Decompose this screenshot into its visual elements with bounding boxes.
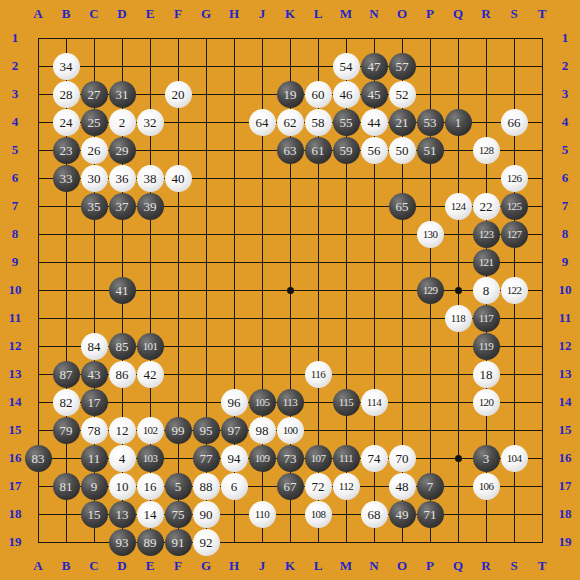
black-stone-O18[interactable]: 49 [389,501,416,528]
move-number: 122 [507,285,522,296]
white-stone-N18[interactable]: 68 [361,501,388,528]
white-stone-S16[interactable]: 104 [501,445,528,472]
black-stone-D19[interactable]: 93 [109,529,136,556]
move-number: 115 [339,397,353,408]
black-stone-A16[interactable]: 83 [25,445,52,472]
move-number: 117 [479,313,493,324]
move-number: 1 [455,116,462,129]
move-number: 78 [88,424,101,437]
move-number: 82 [60,396,73,409]
move-number: 41 [116,284,129,297]
black-stone-E19[interactable]: 89 [137,529,164,556]
move-number: 75 [172,508,185,521]
move-number: 14 [144,508,157,521]
col-label-M: M [332,553,360,579]
white-stone-M2[interactable]: 54 [333,53,360,80]
white-stone-R17[interactable]: 106 [473,473,500,500]
move-number: 63 [284,144,297,157]
move-number: 18 [480,368,493,381]
white-stone-P8[interactable]: 130 [417,221,444,248]
white-stone-O3[interactable]: 52 [389,81,416,108]
move-number: 25 [88,116,101,129]
move-number: 123 [479,229,494,240]
move-number: 60 [312,88,325,101]
move-number: 15 [88,508,101,521]
black-stone-P10[interactable]: 129 [417,277,444,304]
move-number: 121 [479,257,494,268]
move-number: 47 [368,60,381,73]
move-number: 4 [119,452,126,465]
col-label-A: A [24,553,52,579]
move-number: 73 [284,452,297,465]
move-number: 42 [144,368,157,381]
black-stone-C3[interactable]: 27 [81,81,108,108]
white-stone-D6[interactable]: 36 [109,165,136,192]
move-number: 104 [507,453,522,464]
move-number: 37 [116,200,129,213]
move-number: 98 [256,424,269,437]
white-stone-L18[interactable]: 108 [305,501,332,528]
black-stone-F17[interactable]: 5 [165,473,192,500]
black-stone-R16[interactable]: 3 [473,445,500,472]
move-number: 39 [144,200,157,213]
move-number: 71 [424,508,437,521]
black-stone-R12[interactable]: 119 [473,333,500,360]
black-stone-K16[interactable]: 73 [277,445,304,472]
star-point-Q10 [455,287,462,294]
col-label-P: P [416,553,444,579]
move-number: 77 [200,452,213,465]
white-stone-D13[interactable]: 86 [109,361,136,388]
black-stone-C4[interactable]: 25 [81,109,108,136]
move-number: 7 [427,480,434,493]
move-number: 94 [228,452,241,465]
col-label-Q: Q [444,553,472,579]
col-label-H: H [220,553,248,579]
move-number: 13 [116,508,129,521]
move-number: 89 [144,536,157,549]
move-number: 67 [284,480,297,493]
black-stone-E12[interactable]: 101 [137,333,164,360]
black-stone-K5[interactable]: 63 [277,137,304,164]
move-number: 116 [311,369,325,380]
move-number: 20 [172,88,185,101]
black-stone-B13[interactable]: 87 [53,361,80,388]
move-number: 33 [60,172,73,185]
black-stone-D3[interactable]: 31 [109,81,136,108]
black-stone-P18[interactable]: 71 [417,501,444,528]
move-number: 128 [479,145,494,156]
move-number: 97 [228,424,241,437]
move-number: 6 [231,480,238,493]
move-number: 61 [312,144,325,157]
white-stone-E4[interactable]: 32 [137,109,164,136]
move-number: 107 [311,453,326,464]
white-stone-D4[interactable]: 2 [109,109,136,136]
black-stone-P4[interactable]: 53 [417,109,444,136]
white-stone-R5[interactable]: 128 [473,137,500,164]
white-stone-D16[interactable]: 4 [109,445,136,472]
black-stone-P5[interactable]: 51 [417,137,444,164]
black-stone-J14[interactable]: 105 [249,389,276,416]
white-stone-B3[interactable]: 28 [53,81,80,108]
black-stone-D7[interactable]: 37 [109,193,136,220]
move-number: 31 [116,88,129,101]
move-number: 59 [340,144,353,157]
move-number: 99 [172,424,185,437]
black-stone-F19[interactable]: 91 [165,529,192,556]
white-stone-O17[interactable]: 48 [389,473,416,500]
star-point-Q16 [455,455,462,462]
move-number: 12 [116,424,129,437]
col-label-N: N [360,553,388,579]
move-number: 43 [88,368,101,381]
move-number: 127 [507,229,522,240]
move-number: 56 [368,144,381,157]
move-number: 118 [451,313,465,324]
white-stone-G19[interactable]: 92 [193,529,220,556]
white-stone-R14[interactable]: 120 [473,389,500,416]
move-number: 21 [396,116,409,129]
black-stone-D18[interactable]: 13 [109,501,136,528]
black-stone-K17[interactable]: 67 [277,473,304,500]
white-stone-B4[interactable]: 24 [53,109,80,136]
black-stone-D5[interactable]: 29 [109,137,136,164]
move-number: 96 [228,396,241,409]
move-number: 19 [284,88,297,101]
white-stone-F6[interactable]: 40 [165,165,192,192]
col-label-D: D [108,553,136,579]
black-stone-O2[interactable]: 57 [389,53,416,80]
col-label-F: F [164,553,192,579]
white-stone-N4[interactable]: 44 [361,109,388,136]
move-number: 120 [479,397,494,408]
move-number: 29 [116,144,129,157]
move-number: 52 [396,88,409,101]
black-stone-C18[interactable]: 15 [81,501,108,528]
move-number: 24 [60,116,73,129]
white-stone-J15[interactable]: 98 [249,417,276,444]
move-number: 50 [396,144,409,157]
move-number: 64 [256,116,269,129]
move-number: 101 [143,341,158,352]
white-stone-D17[interactable]: 10 [109,473,136,500]
white-stone-J18[interactable]: 110 [249,501,276,528]
col-label-J: J [248,553,276,579]
black-stone-B6[interactable]: 33 [53,165,80,192]
black-stone-C7[interactable]: 35 [81,193,108,220]
black-stone-M5[interactable]: 59 [333,137,360,164]
black-stone-R8[interactable]: 123 [473,221,500,248]
move-number: 8 [483,284,490,297]
white-stone-B14[interactable]: 82 [53,389,80,416]
move-number: 88 [200,480,213,493]
move-number: 124 [451,201,466,212]
move-number: 91 [172,536,185,549]
white-stone-E13[interactable]: 42 [137,361,164,388]
black-stone-R9[interactable]: 121 [473,249,500,276]
move-number: 112 [339,481,353,492]
move-number: 9 [91,480,98,493]
white-stone-B2[interactable]: 34 [53,53,80,80]
black-stone-S8[interactable]: 127 [501,221,528,248]
white-stone-N14[interactable]: 114 [361,389,388,416]
go-board[interactable]: 1234567891011121314151617181920212223242… [24,24,556,556]
move-number: 46 [340,88,353,101]
move-number: 16 [144,480,157,493]
col-label-O: O [388,553,416,579]
black-stone-D12[interactable]: 85 [109,333,136,360]
white-stone-G18[interactable]: 90 [193,501,220,528]
move-number: 44 [368,116,381,129]
white-stone-L17[interactable]: 72 [305,473,332,500]
black-stone-O7[interactable]: 65 [389,193,416,220]
move-number: 130 [423,229,438,240]
white-stone-S4[interactable]: 66 [501,109,528,136]
column-labels-bottom: ABCDEFGHJKLMNOPQRST [24,553,556,579]
black-stone-C16[interactable]: 11 [81,445,108,472]
col-label-C: C [80,553,108,579]
black-stone-B15[interactable]: 79 [53,417,80,444]
move-number: 66 [508,116,521,129]
white-stone-J4[interactable]: 64 [249,109,276,136]
move-number: 40 [172,172,185,185]
white-stone-S6[interactable]: 126 [501,165,528,192]
move-number: 22 [480,200,493,213]
white-stone-N16[interactable]: 74 [361,445,388,472]
white-stone-K15[interactable]: 100 [277,417,304,444]
move-number: 32 [144,116,157,129]
col-label-E: E [136,553,164,579]
white-stone-H17[interactable]: 6 [221,473,248,500]
black-stone-C13[interactable]: 43 [81,361,108,388]
white-stone-E17[interactable]: 16 [137,473,164,500]
black-stone-B17[interactable]: 81 [53,473,80,500]
move-number: 100 [283,425,298,436]
white-stone-Q11[interactable]: 118 [445,305,472,332]
move-number: 10 [116,480,129,493]
move-number: 102 [143,425,158,436]
col-label-T: T [528,553,556,579]
move-number: 81 [60,480,73,493]
white-stone-E6[interactable]: 38 [137,165,164,192]
move-number: 105 [255,397,270,408]
move-number: 51 [424,144,437,157]
black-stone-B5[interactable]: 23 [53,137,80,164]
white-stone-S10[interactable]: 122 [501,277,528,304]
white-stone-L3[interactable]: 60 [305,81,332,108]
move-number: 57 [396,60,409,73]
white-stone-L13[interactable]: 116 [305,361,332,388]
black-stone-N3[interactable]: 45 [361,81,388,108]
move-number: 85 [116,340,129,353]
black-stone-P17[interactable]: 7 [417,473,444,500]
white-stone-H14[interactable]: 96 [221,389,248,416]
move-number: 119 [479,341,493,352]
move-number: 93 [116,536,129,549]
move-number: 106 [479,481,494,492]
move-number: 26 [88,144,101,157]
move-number: 86 [116,368,129,381]
col-label-R: R [472,553,500,579]
white-stone-O16[interactable]: 70 [389,445,416,472]
move-number: 3 [483,452,490,465]
move-number: 58 [312,116,325,129]
move-number: 23 [60,144,73,157]
white-stone-R13[interactable]: 18 [473,361,500,388]
black-stone-K14[interactable]: 113 [277,389,304,416]
black-stone-M14[interactable]: 115 [333,389,360,416]
white-stone-R7[interactable]: 22 [473,193,500,220]
move-number: 72 [312,480,325,493]
move-number: 90 [200,508,213,521]
move-number: 103 [143,453,158,464]
black-stone-G16[interactable]: 77 [193,445,220,472]
col-label-B: B [52,553,80,579]
white-stone-C5[interactable]: 26 [81,137,108,164]
move-number: 70 [396,452,409,465]
move-number: 109 [255,453,270,464]
move-number: 5 [175,480,182,493]
move-number: 45 [368,88,381,101]
black-stone-K3[interactable]: 19 [277,81,304,108]
white-stone-C12[interactable]: 84 [81,333,108,360]
move-number: 30 [88,172,101,185]
go-board-diagram: ABCDEFGHJKLMNOPQRST ABCDEFGHJKLMNOPQRST … [0,0,580,580]
move-number: 113 [283,397,297,408]
star-point-K10 [287,287,294,294]
white-stone-M17[interactable]: 112 [333,473,360,500]
white-stone-D15[interactable]: 12 [109,417,136,444]
move-number: 11 [88,452,101,465]
col-label-L: L [304,553,332,579]
white-stone-L4[interactable]: 58 [305,109,332,136]
black-stone-G15[interactable]: 95 [193,417,220,444]
move-number: 28 [60,88,73,101]
move-number: 2 [119,116,126,129]
black-stone-S7[interactable]: 125 [501,193,528,220]
black-stone-O4[interactable]: 21 [389,109,416,136]
move-number: 34 [60,60,73,73]
white-stone-C6[interactable]: 30 [81,165,108,192]
move-number: 27 [88,88,101,101]
move-number: 49 [396,508,409,521]
white-stone-F3[interactable]: 20 [165,81,192,108]
black-stone-J16[interactable]: 109 [249,445,276,472]
move-number: 84 [88,340,101,353]
white-stone-Q7[interactable]: 124 [445,193,472,220]
move-number: 83 [32,452,45,465]
move-number: 125 [507,201,522,212]
move-number: 126 [507,173,522,184]
move-number: 108 [311,509,326,520]
move-number: 114 [367,397,381,408]
black-stone-D10[interactable]: 41 [109,277,136,304]
move-number: 65 [396,200,409,213]
black-stone-N2[interactable]: 47 [361,53,388,80]
white-stone-R10[interactable]: 8 [473,277,500,304]
move-number: 87 [60,368,73,381]
move-number: 74 [368,452,381,465]
col-label-K: K [276,553,304,579]
black-stone-M16[interactable]: 111 [333,445,360,472]
move-number: 110 [255,509,269,520]
black-stone-R11[interactable]: 117 [473,305,500,332]
black-stone-C17[interactable]: 9 [81,473,108,500]
white-stone-C15[interactable]: 78 [81,417,108,444]
move-number: 68 [368,508,381,521]
col-label-G: G [192,553,220,579]
black-stone-M4[interactable]: 55 [333,109,360,136]
black-stone-L5[interactable]: 61 [305,137,332,164]
white-stone-G17[interactable]: 88 [193,473,220,500]
move-number: 92 [200,536,213,549]
white-stone-K4[interactable]: 62 [277,109,304,136]
black-stone-E16[interactable]: 103 [137,445,164,472]
move-number: 38 [144,172,157,185]
move-number: 53 [424,116,437,129]
move-number: 36 [116,172,129,185]
black-stone-C14[interactable]: 17 [81,389,108,416]
move-number: 79 [60,424,73,437]
black-stone-H15[interactable]: 97 [221,417,248,444]
move-number: 35 [88,200,101,213]
black-stone-F15[interactable]: 99 [165,417,192,444]
white-stone-E18[interactable]: 14 [137,501,164,528]
move-number: 129 [423,285,438,296]
move-number: 54 [340,60,353,73]
white-stone-E15[interactable]: 102 [137,417,164,444]
white-stone-O5[interactable]: 50 [389,137,416,164]
col-label-S: S [500,553,528,579]
move-number: 17 [88,396,101,409]
black-stone-E7[interactable]: 39 [137,193,164,220]
move-number: 111 [339,453,353,464]
white-stone-H16[interactable]: 94 [221,445,248,472]
white-stone-N5[interactable]: 56 [361,137,388,164]
black-stone-Q4[interactable]: 1 [445,109,472,136]
move-number: 95 [200,424,213,437]
white-stone-M3[interactable]: 46 [333,81,360,108]
black-stone-F18[interactable]: 75 [165,501,192,528]
move-number: 48 [396,480,409,493]
black-stone-L16[interactable]: 107 [305,445,332,472]
move-number: 55 [340,116,353,129]
move-number: 62 [284,116,297,129]
